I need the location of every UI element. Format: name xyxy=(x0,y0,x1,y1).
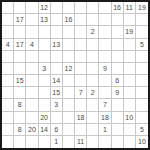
cell-r6c12[interactable] xyxy=(136,63,148,75)
cell-r3c5[interactable] xyxy=(51,26,63,38)
cell-r7c4[interactable] xyxy=(39,75,51,87)
cell-r6c3[interactable] xyxy=(26,63,38,75)
cell-r8c5: 15 xyxy=(51,87,63,99)
cell-r10c10[interactable] xyxy=(112,112,124,124)
cell-r7c3[interactable] xyxy=(26,75,38,87)
cell-r2c5[interactable] xyxy=(51,14,63,26)
cell-r1c9[interactable] xyxy=(99,2,111,14)
cell-r9c1[interactable] xyxy=(2,99,14,111)
cell-r12c8[interactable] xyxy=(87,136,99,148)
cell-r7c6[interactable] xyxy=(63,75,75,87)
cell-r10c1[interactable] xyxy=(2,112,14,124)
cell-r6c4: 3 xyxy=(39,63,51,75)
cell-r12c2[interactable] xyxy=(14,136,26,148)
cell-r7c12[interactable] xyxy=(136,75,148,87)
cell-r11c10[interactable] xyxy=(112,124,124,136)
cell-r10c12[interactable] xyxy=(136,112,148,124)
cell-r9c4[interactable] xyxy=(39,99,51,111)
cell-r12c12: 10 xyxy=(136,136,148,148)
cell-r12c10[interactable] xyxy=(112,136,124,148)
cell-r2c2: 17 xyxy=(14,14,26,26)
cell-r9c5: 3 xyxy=(51,99,63,111)
cell-r12c5: 1 xyxy=(51,136,63,148)
cell-r6c6: 12 xyxy=(63,63,75,75)
cell-r6c9: 9 xyxy=(99,63,111,75)
cell-r5c9[interactable] xyxy=(99,51,111,63)
cell-r3c10[interactable] xyxy=(112,26,124,38)
cell-r4c1: 4 xyxy=(2,39,14,51)
cell-r2c4: 13 xyxy=(39,14,51,26)
cell-r5c1[interactable] xyxy=(2,51,14,63)
cell-r11c3: 20 xyxy=(26,124,38,136)
cell-r12c3[interactable] xyxy=(26,136,38,148)
puzzle-board: 1216111917131621941741353129151461572983… xyxy=(0,0,150,150)
cell-r8c3[interactable] xyxy=(26,87,38,99)
cell-r10c5[interactable] xyxy=(51,112,63,124)
cell-r12c1[interactable] xyxy=(2,136,14,148)
cell-r2c6: 16 xyxy=(63,14,75,26)
cell-r12c7: 11 xyxy=(75,136,87,148)
cell-r8c7: 7 xyxy=(75,87,87,99)
cell-r6c2[interactable] xyxy=(14,63,26,75)
cell-r8c8: 2 xyxy=(87,87,99,99)
cell-r11c12: 5 xyxy=(136,124,148,136)
cell-r7c8[interactable] xyxy=(87,75,99,87)
cell-r4c10[interactable] xyxy=(112,39,124,51)
cell-r9c10[interactable] xyxy=(112,99,124,111)
cell-r11c2: 8 xyxy=(14,124,26,136)
cell-r1c1[interactable] xyxy=(2,2,14,14)
cell-r8c10: 9 xyxy=(112,87,124,99)
cell-r4c12: 5 xyxy=(136,39,148,51)
cell-r5c4[interactable] xyxy=(39,51,51,63)
cell-r2c10[interactable] xyxy=(112,14,124,26)
cell-r11c1[interactable] xyxy=(2,124,14,136)
cell-r4c3: 4 xyxy=(26,39,38,51)
cell-r4c2: 17 xyxy=(14,39,26,51)
cell-r1c3[interactable] xyxy=(26,2,38,14)
cell-r1c11: 11 xyxy=(124,2,136,14)
cell-r9c11[interactable] xyxy=(124,99,136,111)
cell-r1c8[interactable] xyxy=(87,2,99,14)
cell-r3c12[interactable] xyxy=(136,26,148,38)
cell-r9c6[interactable] xyxy=(63,99,75,111)
cell-r1c5[interactable] xyxy=(51,2,63,14)
cell-r5c3[interactable] xyxy=(26,51,38,63)
cell-r5c6[interactable] xyxy=(63,51,75,63)
cell-r3c8: 2 xyxy=(87,26,99,38)
cell-r9c12[interactable] xyxy=(136,99,148,111)
cell-r6c5[interactable] xyxy=(51,63,63,75)
cell-r7c1[interactable] xyxy=(2,75,14,87)
cell-r1c12: 19 xyxy=(136,2,148,14)
cell-r7c2: 15 xyxy=(14,75,26,87)
cell-r8c2[interactable] xyxy=(14,87,26,99)
cell-r11c6[interactable] xyxy=(63,124,75,136)
cell-r7c5: 14 xyxy=(51,75,63,87)
cell-r11c5: 6 xyxy=(51,124,63,136)
cell-r1c2[interactable] xyxy=(14,2,26,14)
cell-r7c10: 6 xyxy=(112,75,124,87)
cell-r4c8[interactable] xyxy=(87,39,99,51)
cell-r1c7[interactable] xyxy=(75,2,87,14)
cell-r12c6[interactable] xyxy=(63,136,75,148)
cell-r3c9[interactable] xyxy=(99,26,111,38)
cell-r5c11[interactable] xyxy=(124,51,136,63)
cell-r9c9: 7 xyxy=(99,99,111,111)
cell-r11c9: 1 xyxy=(99,124,111,136)
cell-r9c8[interactable] xyxy=(87,99,99,111)
cell-r11c7[interactable] xyxy=(75,124,87,136)
cell-r2c11[interactable] xyxy=(124,14,136,26)
cell-r6c1[interactable] xyxy=(2,63,14,75)
cell-r4c7[interactable] xyxy=(75,39,87,51)
cell-r6c10[interactable] xyxy=(112,63,124,75)
cell-r3c11: 19 xyxy=(124,26,136,38)
cell-r11c8[interactable] xyxy=(87,124,99,136)
cell-r10c4: 20 xyxy=(39,112,51,124)
cell-r3c1[interactable] xyxy=(2,26,14,38)
cell-r8c1[interactable] xyxy=(2,87,14,99)
cell-r3c7[interactable] xyxy=(75,26,87,38)
cell-r7c9[interactable] xyxy=(99,75,111,87)
cell-r2c8[interactable] xyxy=(87,14,99,26)
cell-r1c6[interactable] xyxy=(63,2,75,14)
cell-r2c7[interactable] xyxy=(75,14,87,26)
cell-r4c4[interactable] xyxy=(39,39,51,51)
cell-r1c10: 16 xyxy=(112,2,124,14)
cell-r10c6[interactable] xyxy=(63,112,75,124)
cell-r1c4: 12 xyxy=(39,2,51,14)
cell-r3c3[interactable] xyxy=(26,26,38,38)
cell-r3c4[interactable] xyxy=(39,26,51,38)
cell-r4c5: 13 xyxy=(51,39,63,51)
cell-r5c5[interactable] xyxy=(51,51,63,63)
cell-r6c11[interactable] xyxy=(124,63,136,75)
cell-r5c10[interactable] xyxy=(112,51,124,63)
cell-r5c2[interactable] xyxy=(14,51,26,63)
cell-r4c6[interactable] xyxy=(63,39,75,51)
cell-r2c12[interactable] xyxy=(136,14,148,26)
cell-r10c8[interactable] xyxy=(87,112,99,124)
cell-r11c11[interactable] xyxy=(124,124,136,136)
cell-r12c11[interactable] xyxy=(124,136,136,148)
cell-r12c4[interactable] xyxy=(39,136,51,148)
cell-r5c7[interactable] xyxy=(75,51,87,63)
cell-r5c12[interactable] xyxy=(136,51,148,63)
cell-r2c9[interactable] xyxy=(99,14,111,26)
cell-r10c9: 18 xyxy=(99,112,111,124)
cell-r3c6[interactable] xyxy=(63,26,75,38)
cell-r6c7[interactable] xyxy=(75,63,87,75)
cell-r4c9[interactable] xyxy=(99,39,111,51)
cell-r9c3[interactable] xyxy=(26,99,38,111)
cell-r2c1[interactable] xyxy=(2,14,14,26)
cell-r8c4[interactable] xyxy=(39,87,51,99)
cell-r5c8[interactable] xyxy=(87,51,99,63)
cell-r10c11: 10 xyxy=(124,112,136,124)
cell-r12c9[interactable] xyxy=(99,136,111,148)
cell-r8c12[interactable] xyxy=(136,87,148,99)
cell-r2c3[interactable] xyxy=(26,14,38,26)
cell-r9c7[interactable] xyxy=(75,99,87,111)
cell-r11c4: 14 xyxy=(39,124,51,136)
cell-r7c11[interactable] xyxy=(124,75,136,87)
cell-r8c11[interactable] xyxy=(124,87,136,99)
cell-r10c2[interactable] xyxy=(14,112,26,124)
cell-r7c7[interactable] xyxy=(75,75,87,87)
cell-r8c9[interactable] xyxy=(99,87,111,99)
cell-r6c8[interactable] xyxy=(87,63,99,75)
cell-r9c2: 8 xyxy=(14,99,26,111)
cell-r8c6[interactable] xyxy=(63,87,75,99)
cell-r3c2[interactable] xyxy=(14,26,26,38)
cell-r10c7: 18 xyxy=(75,112,87,124)
cell-r4c11[interactable] xyxy=(124,39,136,51)
cell-r10c3[interactable] xyxy=(26,112,38,124)
